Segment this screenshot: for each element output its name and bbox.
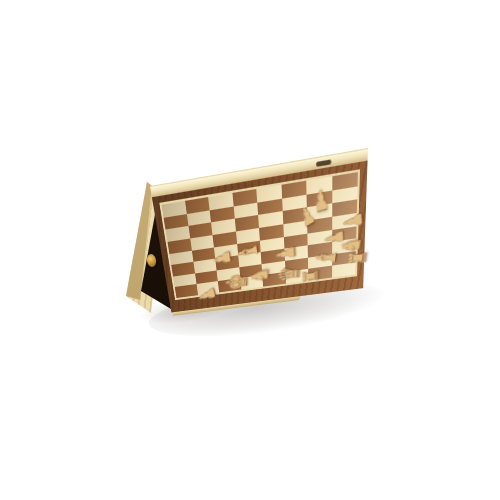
product-photo: ♟♟♟♟♟♞♝♜♟♝♞♚♟♛♜: [0, 0, 500, 500]
chessboard-panel: ♟♟♟♟♟♞♝♜♟♝♞♚♟♛♜: [150, 148, 368, 316]
clasp-slot: [316, 159, 331, 167]
